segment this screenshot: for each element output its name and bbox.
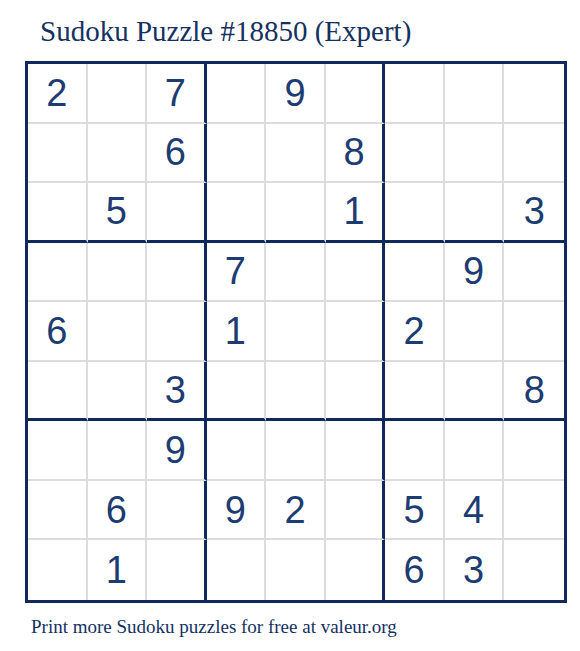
cell-r6c8[interactable] [445, 362, 505, 422]
cell-r1c2[interactable] [88, 64, 148, 124]
cell-r6c4[interactable] [207, 362, 267, 422]
cell-r1c7[interactable] [385, 64, 445, 124]
sudoku-board: 279685137961238969254163 [25, 61, 567, 603]
cell-r3c5[interactable] [266, 183, 326, 243]
cell-r1c9[interactable] [504, 64, 564, 124]
cell-r8c9[interactable] [504, 481, 564, 541]
cell-r7c3[interactable]: 9 [147, 421, 207, 481]
cell-r5c4[interactable]: 1 [207, 302, 267, 362]
cell-r2c6[interactable]: 8 [326, 124, 386, 184]
cell-r5c1[interactable]: 6 [28, 302, 88, 362]
cell-r9c1[interactable] [28, 540, 88, 600]
cell-r5c6[interactable] [326, 302, 386, 362]
cell-r8c3[interactable] [147, 481, 207, 541]
cell-r5c7[interactable]: 2 [385, 302, 445, 362]
cell-r6c6[interactable] [326, 362, 386, 422]
cell-r8c7[interactable]: 5 [385, 481, 445, 541]
cell-r3c8[interactable] [445, 183, 505, 243]
cell-r1c8[interactable] [445, 64, 505, 124]
cell-r9c4[interactable] [207, 540, 267, 600]
cell-r8c8[interactable]: 4 [445, 481, 505, 541]
cell-r9c6[interactable] [326, 540, 386, 600]
cell-r8c4[interactable]: 9 [207, 481, 267, 541]
cell-r4c3[interactable] [147, 243, 207, 303]
cell-r3c6[interactable]: 1 [326, 183, 386, 243]
cell-r9c2[interactable]: 1 [88, 540, 148, 600]
cell-r2c2[interactable] [88, 124, 148, 184]
page-title: Sudoku Puzzle #18850 (Expert) [40, 14, 411, 48]
cell-r5c9[interactable] [504, 302, 564, 362]
cell-r9c7[interactable]: 6 [385, 540, 445, 600]
cell-r6c7[interactable] [385, 362, 445, 422]
cell-r7c8[interactable] [445, 421, 505, 481]
cell-r3c7[interactable] [385, 183, 445, 243]
cell-r2c8[interactable] [445, 124, 505, 184]
cell-r2c9[interactable] [504, 124, 564, 184]
footer-text: Print more Sudoku puzzles for free at va… [31, 615, 397, 639]
cell-r7c4[interactable] [207, 421, 267, 481]
cell-r5c8[interactable] [445, 302, 505, 362]
cell-r7c9[interactable] [504, 421, 564, 481]
cell-r3c1[interactable] [28, 183, 88, 243]
cell-r7c7[interactable] [385, 421, 445, 481]
cell-r6c1[interactable] [28, 362, 88, 422]
cell-r6c2[interactable] [88, 362, 148, 422]
cell-r6c9[interactable]: 8 [504, 362, 564, 422]
cell-r4c9[interactable] [504, 243, 564, 303]
cell-r1c5[interactable]: 9 [266, 64, 326, 124]
cell-r2c1[interactable] [28, 124, 88, 184]
cell-r1c3[interactable]: 7 [147, 64, 207, 124]
cell-r1c1[interactable]: 2 [28, 64, 88, 124]
cell-r7c6[interactable] [326, 421, 386, 481]
cell-r2c5[interactable] [266, 124, 326, 184]
cell-r2c7[interactable] [385, 124, 445, 184]
cell-r4c8[interactable]: 9 [445, 243, 505, 303]
cell-r8c6[interactable] [326, 481, 386, 541]
cell-r9c5[interactable] [266, 540, 326, 600]
cell-r6c3[interactable]: 3 [147, 362, 207, 422]
cell-r5c3[interactable] [147, 302, 207, 362]
cell-r9c8[interactable]: 3 [445, 540, 505, 600]
cell-r8c1[interactable] [28, 481, 88, 541]
cell-r3c9[interactable]: 3 [504, 183, 564, 243]
cell-r4c2[interactable] [88, 243, 148, 303]
cell-r8c5[interactable]: 2 [266, 481, 326, 541]
cell-r4c1[interactable] [28, 243, 88, 303]
cell-r1c4[interactable] [207, 64, 267, 124]
cell-r5c2[interactable] [88, 302, 148, 362]
cell-r9c3[interactable] [147, 540, 207, 600]
sudoku-page: Sudoku Puzzle #18850 (Expert) 2796851379… [0, 0, 580, 651]
cell-r7c5[interactable] [266, 421, 326, 481]
cell-r8c2[interactable]: 6 [88, 481, 148, 541]
cell-r3c4[interactable] [207, 183, 267, 243]
cell-r5c5[interactable] [266, 302, 326, 362]
cell-r4c7[interactable] [385, 243, 445, 303]
cell-r7c1[interactable] [28, 421, 88, 481]
cell-r7c2[interactable] [88, 421, 148, 481]
cell-r3c3[interactable] [147, 183, 207, 243]
cell-r2c3[interactable]: 6 [147, 124, 207, 184]
cell-r6c5[interactable] [266, 362, 326, 422]
cell-r1c6[interactable] [326, 64, 386, 124]
cell-r2c4[interactable] [207, 124, 267, 184]
cell-r4c4[interactable]: 7 [207, 243, 267, 303]
cell-r4c6[interactable] [326, 243, 386, 303]
cell-r9c9[interactable] [504, 540, 564, 600]
cell-r3c2[interactable]: 5 [88, 183, 148, 243]
cell-r4c5[interactable] [266, 243, 326, 303]
